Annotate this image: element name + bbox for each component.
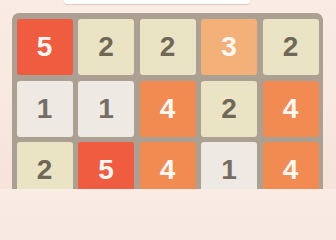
tile-r1c3: 2 (140, 19, 196, 75)
tile-r3c2: 5 (78, 142, 134, 189)
header-panel-bottom-edge (64, 0, 250, 4)
tile-r3c5: 4 (263, 142, 319, 189)
tile-r2c2: 1 (78, 81, 134, 137)
tile-r2c1: 1 (17, 81, 73, 137)
tile-r1c4: 3 (201, 19, 257, 75)
tile-r2c3: 4 (140, 81, 196, 137)
tile-r1c5: 2 (263, 19, 319, 75)
tile-r3c3: 4 (140, 142, 196, 189)
tile-r2c5: 4 (263, 81, 319, 137)
tile-r1c2: 2 (78, 19, 134, 75)
tile-r1c1: 5 (17, 19, 73, 75)
game-board[interactable]: 522321142425414 (12, 13, 323, 189)
tile-r3c4: 1 (201, 142, 257, 189)
tile-r3c1: 2 (17, 142, 73, 189)
tile-r2c4: 2 (201, 81, 257, 137)
